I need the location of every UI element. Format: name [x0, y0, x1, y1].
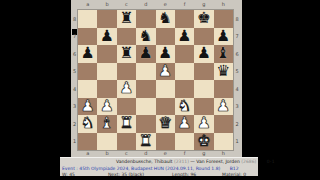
- white-player-name: Vandenbussche, Thibault: [116, 159, 173, 164]
- square-c5[interactable]: [117, 63, 136, 81]
- file-label-h: h: [213, 1, 233, 8]
- black-pawn-b7[interactable]: ♟: [100, 28, 114, 44]
- square-a3[interactable]: ♟: [78, 98, 97, 116]
- stats-line: W: 45 Next: 35 (black) Length: 96 Materi…: [60, 172, 258, 178]
- white-knight-a2[interactable]: ♞: [81, 116, 95, 132]
- black-queen-h5[interactable]: ♛: [216, 63, 230, 79]
- square-f1[interactable]: [175, 133, 194, 151]
- board: ♜♞♚♟♞♟♟♟♜♟♟♟♝♟♛♟♟♟♞♟♞♝♜♛♟♟♜♚: [78, 10, 233, 150]
- square-b4[interactable]: [97, 80, 116, 98]
- square-b2[interactable]: ♝: [97, 115, 116, 133]
- event-text: Event : 45th Olympiade 2024, Budapest HU…: [62, 166, 220, 171]
- black-pawn-a6[interactable]: ♟: [81, 46, 95, 62]
- square-g7[interactable]: [194, 28, 213, 46]
- square-a5[interactable]: [78, 63, 97, 81]
- white-pawn-c4[interactable]: ♟: [119, 81, 133, 97]
- white-player-rating: (2311): [174, 159, 189, 164]
- square-f5[interactable]: [175, 63, 194, 81]
- file-label-d: d: [136, 1, 156, 8]
- rank-label-3: 3: [234, 98, 241, 116]
- rank-label-3: 3: [71, 98, 78, 116]
- eco-code: B12: [230, 166, 239, 171]
- square-e3[interactable]: [156, 98, 175, 116]
- rank-label-6: 6: [71, 45, 78, 63]
- board-frame: abcdefgh 87654321 87654321 ♜♞♚♟♞♟♟♟♜♟♟♟♝…: [71, 0, 242, 157]
- white-pawn-f2[interactable]: ♟: [178, 116, 192, 132]
- square-f3[interactable]: ♞: [175, 98, 194, 116]
- file-label-c: c: [116, 150, 136, 157]
- rank-label-8: 8: [71, 10, 78, 28]
- white-bishop-b2[interactable]: ♝: [100, 116, 114, 132]
- black-pawn-e6[interactable]: ♟: [158, 46, 172, 62]
- file-label-a: a: [78, 1, 98, 8]
- square-h5[interactable]: ♛: [214, 63, 233, 81]
- square-g1[interactable]: ♚: [194, 133, 213, 151]
- square-c6[interactable]: ♜: [117, 45, 136, 63]
- black-knight-d7[interactable]: ♞: [139, 28, 153, 44]
- square-c8[interactable]: ♜: [117, 10, 136, 28]
- rank-label-7: 7: [71, 28, 78, 46]
- square-a4[interactable]: [78, 80, 97, 98]
- file-label-g: g: [194, 150, 214, 157]
- file-label-b: b: [97, 150, 117, 157]
- square-d5[interactable]: [136, 63, 155, 81]
- square-h3[interactable]: ♟: [214, 98, 233, 116]
- square-e6[interactable]: ♟: [156, 45, 175, 63]
- white-rook-d1[interactable]: ♜: [139, 133, 153, 149]
- white-pawn-h3[interactable]: ♟: [216, 98, 230, 114]
- rank-label-5: 5: [234, 63, 241, 81]
- square-h6[interactable]: ♝: [214, 45, 233, 63]
- square-b5[interactable]: [97, 63, 116, 81]
- square-h7[interactable]: ♟: [214, 28, 233, 46]
- game-result: 0-1: [267, 159, 275, 164]
- white-pawn-a3[interactable]: ♟: [81, 98, 95, 114]
- square-a7[interactable]: [78, 28, 97, 46]
- rank-label-2: 2: [234, 115, 241, 133]
- black-knight-e8[interactable]: ♞: [158, 11, 172, 27]
- file-label-b: b: [97, 1, 117, 8]
- rank-label-2: 2: [71, 115, 78, 133]
- square-d7[interactable]: ♞: [136, 28, 155, 46]
- square-h1[interactable]: [214, 133, 233, 151]
- file-label-a: a: [78, 150, 98, 157]
- square-f7[interactable]: ♟: [175, 28, 194, 46]
- square-d6[interactable]: ♟: [136, 45, 155, 63]
- black-pawn-d6[interactable]: ♟: [139, 46, 153, 62]
- rank-label-4: 4: [71, 80, 78, 98]
- square-f4[interactable]: [175, 80, 194, 98]
- square-b1[interactable]: [97, 133, 116, 151]
- black-rook-c8[interactable]: ♜: [119, 11, 133, 27]
- file-label-e: e: [155, 1, 175, 8]
- square-f8[interactable]: [175, 10, 194, 28]
- square-f2[interactable]: ♟: [175, 115, 194, 133]
- rank-label-5: 5: [71, 63, 78, 81]
- white-knight-f3[interactable]: ♞: [178, 98, 192, 114]
- square-g3[interactable]: [194, 98, 213, 116]
- rank-label-7: 7: [234, 28, 241, 46]
- black-pawn-h7[interactable]: ♟: [216, 28, 230, 44]
- stat-length: Length: 96: [172, 172, 222, 178]
- black-bishop-h6[interactable]: ♝: [216, 46, 230, 62]
- square-d1[interactable]: ♜: [136, 133, 155, 151]
- file-label-d: d: [136, 150, 156, 157]
- black-player-name: Van Foreest, Jorden: [196, 159, 240, 164]
- white-pawn-b3[interactable]: ♟: [100, 98, 114, 114]
- square-g5[interactable]: [194, 63, 213, 81]
- square-c3[interactable]: [117, 98, 136, 116]
- square-b6[interactable]: [97, 45, 116, 63]
- square-e1[interactable]: [156, 133, 175, 151]
- white-king-g1[interactable]: ♚: [197, 133, 211, 149]
- square-d2[interactable]: [136, 115, 155, 133]
- file-label-f: f: [175, 1, 195, 8]
- white-pawn-e5[interactable]: ♟: [158, 63, 172, 79]
- square-g2[interactable]: ♟: [194, 115, 213, 133]
- file-label-g: g: [194, 1, 214, 8]
- square-e7[interactable]: [156, 28, 175, 46]
- square-a2[interactable]: ♞: [78, 115, 97, 133]
- rank-label-8: 8: [234, 10, 241, 28]
- square-e8[interactable]: ♞: [156, 10, 175, 28]
- square-e5[interactable]: ♟: [156, 63, 175, 81]
- square-h8[interactable]: [214, 10, 233, 28]
- file-label-c: c: [116, 1, 136, 8]
- square-c4[interactable]: ♟: [117, 80, 136, 98]
- white-pawn-g2[interactable]: ♟: [197, 116, 211, 132]
- square-a1[interactable]: [78, 133, 97, 151]
- square-b8[interactable]: [97, 10, 116, 28]
- black-pawn-f7[interactable]: ♟: [178, 28, 192, 44]
- square-e4[interactable]: [156, 80, 175, 98]
- rank-label-6: 6: [234, 45, 241, 63]
- square-g4[interactable]: [194, 80, 213, 98]
- stat-next: Next: 35 (black): [108, 172, 172, 178]
- square-e2[interactable]: ♛: [156, 115, 175, 133]
- square-d4[interactable]: [136, 80, 155, 98]
- square-a6[interactable]: ♟: [78, 45, 97, 63]
- file-label-e: e: [155, 150, 175, 157]
- black-king-g8[interactable]: ♚: [197, 11, 211, 27]
- white-rook-c2[interactable]: ♜: [119, 116, 133, 132]
- rank-label-4: 4: [234, 80, 241, 98]
- square-d3[interactable]: [136, 98, 155, 116]
- stat-material: Material: 0: [222, 172, 246, 178]
- white-queen-e2[interactable]: ♛: [158, 116, 172, 132]
- black-player-rating: (2686): [241, 159, 256, 164]
- file-label-f: f: [175, 150, 195, 157]
- square-g8[interactable]: ♚: [194, 10, 213, 28]
- square-b3[interactable]: ♟: [97, 98, 116, 116]
- stat-move: W: 45: [62, 172, 108, 178]
- square-h4[interactable]: [214, 80, 233, 98]
- square-h2[interactable]: [214, 115, 233, 133]
- square-g6[interactable]: ♟: [194, 45, 213, 63]
- caption-box: Vandenbussche, Thibault (2311) — Van For…: [60, 157, 258, 176]
- rank-label-1: 1: [71, 133, 78, 151]
- square-c1[interactable]: [117, 133, 136, 151]
- square-a8[interactable]: [78, 10, 97, 28]
- square-b7[interactable]: ♟: [97, 28, 116, 46]
- event-line: Event : 45th Olympiade 2024, Budapest HU…: [60, 166, 258, 172]
- players-dash: —: [190, 159, 195, 164]
- square-c2[interactable]: ♜: [117, 115, 136, 133]
- video-frame: abcdefgh 87654321 87654321 ♜♞♚♟♞♟♟♟♜♟♟♟♝…: [0, 0, 320, 180]
- square-f6[interactable]: [175, 45, 194, 63]
- players-line: Vandenbussche, Thibault (2311) — Van For…: [60, 159, 258, 165]
- black-rook-c6[interactable]: ♜: [119, 46, 133, 62]
- file-label-h: h: [213, 150, 233, 157]
- square-d8[interactable]: [136, 10, 155, 28]
- rank-label-1: 1: [234, 133, 241, 151]
- square-c7[interactable]: [117, 28, 136, 46]
- black-pawn-g6[interactable]: ♟: [197, 46, 211, 62]
